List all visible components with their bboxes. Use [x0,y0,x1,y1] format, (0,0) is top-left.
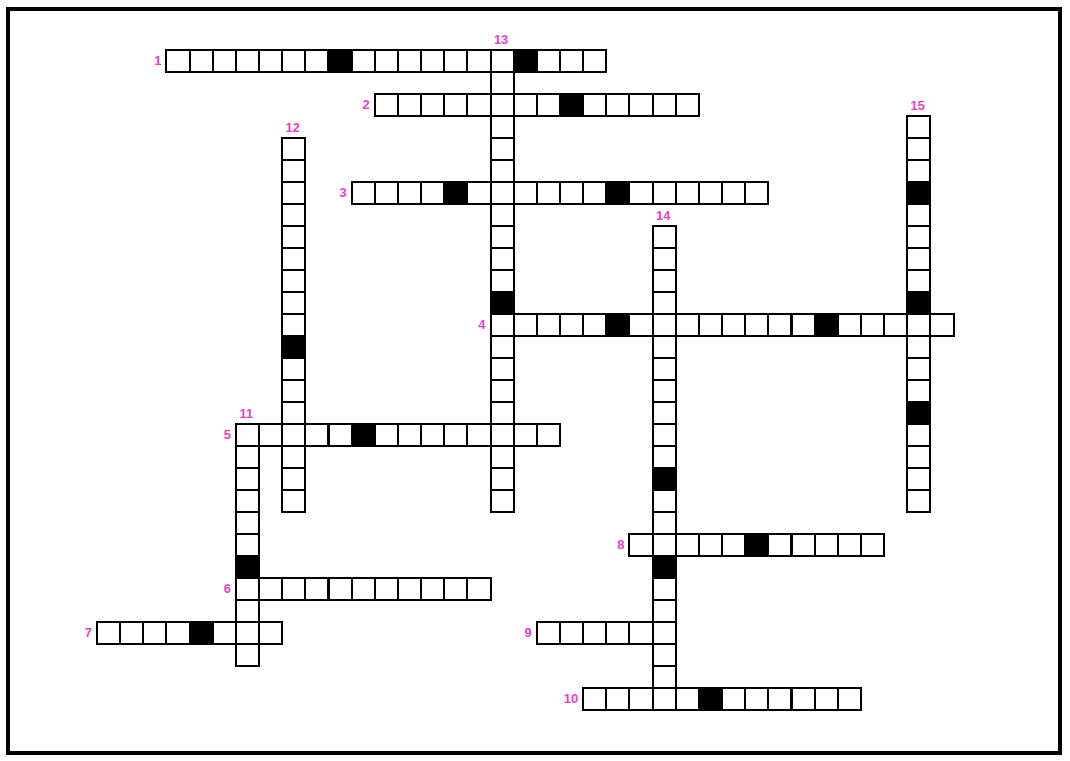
white-cell[interactable] [652,335,677,359]
white-cell[interactable] [490,93,515,117]
white-cell[interactable] [235,599,260,623]
white-cell[interactable] [744,181,769,205]
white-cell[interactable] [628,687,653,711]
white-cell[interactable] [652,665,677,689]
white-cell[interactable] [513,423,538,447]
white-cell[interactable] [281,49,306,73]
black-cell [513,49,538,73]
white-cell[interactable] [837,533,862,557]
white-cell[interactable] [328,423,353,447]
white-cell[interactable] [281,445,306,469]
white-cell[interactable] [675,313,700,337]
white-cell[interactable] [652,577,677,601]
white-cell[interactable] [304,49,329,73]
white-cell[interactable] [490,115,515,139]
white-cell[interactable] [652,291,677,315]
black-cell [281,335,306,359]
white-cell[interactable] [906,423,931,447]
white-cell[interactable] [281,203,306,227]
white-cell[interactable] [235,643,260,667]
white-cell[interactable] [281,379,306,403]
white-cell[interactable] [536,181,561,205]
white-cell[interactable] [652,225,677,249]
white-cell[interactable] [628,533,653,557]
white-cell[interactable] [258,423,283,447]
white-cell[interactable] [906,489,931,513]
white-cell[interactable] [628,621,653,645]
white-cell[interactable] [96,621,121,645]
white-cell[interactable] [212,49,237,73]
clue-number-label-4: 4 [456,317,486,332]
white-cell[interactable] [397,49,422,73]
white-cell[interactable] [675,687,700,711]
white-cell[interactable] [791,687,816,711]
white-cell[interactable] [906,203,931,227]
white-cell[interactable] [165,621,190,645]
white-cell[interactable] [652,93,677,117]
white-cell[interactable] [721,687,746,711]
white-cell[interactable] [490,335,515,359]
white-cell[interactable] [559,313,584,337]
white-cell[interactable] [698,181,723,205]
white-cell[interactable] [490,467,515,491]
white-cell[interactable] [466,181,491,205]
white-cell[interactable] [235,621,260,645]
white-cell[interactable] [513,181,538,205]
black-cell [605,181,630,205]
white-cell[interactable] [490,401,515,425]
clue-number-label-3: 3 [317,185,347,200]
white-cell[interactable] [258,49,283,73]
clue-number-label-11: 11 [231,406,261,421]
clue-number-label-15: 15 [903,98,933,113]
white-cell[interactable] [652,269,677,293]
white-cell[interactable] [536,93,561,117]
white-cell[interactable] [675,181,700,205]
white-cell[interactable] [235,49,260,73]
white-cell[interactable] [281,247,306,271]
white-cell[interactable] [281,313,306,337]
white-cell[interactable] [351,49,376,73]
white-cell[interactable] [906,115,931,139]
white-cell[interactable] [466,577,491,601]
white-cell[interactable] [906,247,931,271]
white-cell[interactable] [490,357,515,381]
white-cell[interactable] [791,313,816,337]
white-cell[interactable] [420,423,445,447]
white-cell[interactable] [814,533,839,557]
clue-number-label-9: 9 [502,625,532,640]
white-cell[interactable] [281,577,306,601]
clue-number-label-10: 10 [548,691,578,706]
clue-number-label-8: 8 [594,537,624,552]
white-cell[interactable] [767,313,792,337]
white-cell[interactable] [767,533,792,557]
black-cell [235,555,260,579]
clue-number-label-7: 7 [62,625,92,640]
white-cell[interactable] [652,247,677,271]
white-cell[interactable] [490,159,515,183]
white-cell[interactable] [883,313,908,337]
white-cell[interactable] [559,49,584,73]
black-cell [744,533,769,557]
white-cell[interactable] [652,313,677,337]
white-cell[interactable] [212,621,237,645]
white-cell[interactable] [490,445,515,469]
white-cell[interactable] [698,313,723,337]
white-cell[interactable] [235,577,260,601]
black-cell [652,555,677,579]
clue-number-label-12: 12 [278,120,308,135]
white-cell[interactable] [652,445,677,469]
white-cell[interactable] [814,687,839,711]
white-cell[interactable] [652,533,677,557]
clue-number-label-1: 1 [131,53,161,68]
black-cell [906,291,931,315]
black-cell [351,423,376,447]
white-cell[interactable] [628,313,653,337]
white-cell[interactable] [490,137,515,161]
white-cell[interactable] [513,93,538,117]
white-cell[interactable] [860,313,885,337]
white-cell[interactable] [281,181,306,205]
white-cell[interactable] [304,577,329,601]
white-cell[interactable] [536,313,561,337]
white-cell[interactable] [420,181,445,205]
white-cell[interactable] [490,181,515,205]
black-cell [490,291,515,315]
white-cell[interactable] [652,379,677,403]
clue-number-label-2: 2 [340,97,370,112]
white-cell[interactable] [675,93,700,117]
white-cell[interactable] [721,533,746,557]
black-cell [559,93,584,117]
white-cell[interactable] [536,49,561,73]
white-cell[interactable] [351,181,376,205]
white-cell[interactable] [652,181,677,205]
white-cell[interactable] [397,423,422,447]
white-cell[interactable] [906,357,931,381]
white-cell[interactable] [628,181,653,205]
white-cell[interactable] [605,93,630,117]
white-cell[interactable] [675,533,700,557]
white-cell[interactable] [906,335,931,359]
white-cell[interactable] [652,357,677,381]
white-cell[interactable] [235,489,260,513]
white-cell[interactable] [652,423,677,447]
white-cell[interactable] [397,577,422,601]
white-cell[interactable] [582,621,607,645]
white-cell[interactable] [721,181,746,205]
white-cell[interactable] [328,577,353,601]
white-cell[interactable] [466,423,491,447]
white-cell[interactable] [559,621,584,645]
white-cell[interactable] [235,533,260,557]
white-cell[interactable] [490,225,515,249]
white-cell[interactable] [466,93,491,117]
white-cell[interactable] [652,511,677,535]
white-cell[interactable] [304,423,329,447]
white-cell[interactable] [281,159,306,183]
black-cell [698,687,723,711]
white-cell[interactable] [165,49,190,73]
white-cell[interactable] [605,621,630,645]
white-cell[interactable] [559,181,584,205]
black-cell [906,181,931,205]
white-cell[interactable] [837,687,862,711]
white-cell[interactable] [860,533,885,557]
white-cell[interactable] [929,313,954,337]
white-cell[interactable] [721,313,746,337]
white-cell[interactable] [744,313,769,337]
white-cell[interactable] [443,49,468,73]
white-cell[interactable] [374,423,399,447]
white-cell[interactable] [281,291,306,315]
white-cell[interactable] [605,687,630,711]
black-cell [906,401,931,425]
white-cell[interactable] [490,269,515,293]
white-cell[interactable] [374,577,399,601]
white-cell[interactable] [490,203,515,227]
black-cell [814,313,839,337]
white-cell[interactable] [420,49,445,73]
white-cell[interactable] [536,423,561,447]
white-cell[interactable] [837,313,862,337]
white-cell[interactable] [119,621,144,645]
clue-number-label-13: 13 [486,32,516,47]
white-cell[interactable] [906,445,931,469]
white-cell[interactable] [443,93,468,117]
white-cell[interactable] [582,181,607,205]
white-cell[interactable] [235,467,260,491]
white-cell[interactable] [490,379,515,403]
white-cell[interactable] [490,313,515,337]
white-cell[interactable] [906,467,931,491]
white-cell[interactable] [351,577,376,601]
white-cell[interactable] [142,621,167,645]
white-cell[interactable] [767,687,792,711]
white-cell[interactable] [906,225,931,249]
white-cell[interactable] [374,181,399,205]
white-cell[interactable] [281,269,306,293]
white-cell[interactable] [281,137,306,161]
white-cell[interactable] [235,445,260,469]
white-cell[interactable] [235,511,260,535]
white-cell[interactable] [490,71,515,95]
white-cell[interactable] [652,621,677,645]
white-cell[interactable] [582,687,607,711]
white-cell[interactable] [582,93,607,117]
crossword-page: 123456789101112131415 [0,0,1070,761]
white-cell[interactable] [490,247,515,271]
white-cell[interactable] [281,489,306,513]
white-cell[interactable] [189,49,214,73]
white-cell[interactable] [652,599,677,623]
white-cell[interactable] [628,93,653,117]
white-cell[interactable] [906,269,931,293]
white-cell[interactable] [397,93,422,117]
white-cell[interactable] [490,423,515,447]
white-cell[interactable] [652,643,677,667]
white-cell[interactable] [906,137,931,161]
clue-number-label-6: 6 [201,581,231,596]
white-cell[interactable] [906,379,931,403]
white-cell[interactable] [281,357,306,381]
black-cell [189,621,214,645]
white-cell[interactable] [582,313,607,337]
black-cell [328,49,353,73]
white-cell[interactable] [652,489,677,513]
white-cell[interactable] [258,577,283,601]
white-cell[interactable] [281,423,306,447]
white-cell[interactable] [466,49,491,73]
white-cell[interactable] [281,467,306,491]
clue-number-label-5: 5 [201,427,231,442]
white-cell[interactable] [536,621,561,645]
crossword-grid: 123456789101112131415 [96,49,953,709]
white-cell[interactable] [281,225,306,249]
white-cell[interactable] [281,401,306,425]
white-cell[interactable] [490,49,515,73]
black-cell [652,467,677,491]
white-cell[interactable] [374,93,399,117]
white-cell[interactable] [374,49,399,73]
white-cell[interactable] [791,533,816,557]
white-cell[interactable] [490,489,515,513]
white-cell[interactable] [513,313,538,337]
black-cell [605,313,630,337]
white-cell[interactable] [258,621,283,645]
white-cell[interactable] [906,313,931,337]
white-cell[interactable] [744,687,769,711]
white-cell[interactable] [652,687,677,711]
white-cell[interactable] [397,181,422,205]
white-cell[interactable] [582,49,607,73]
black-cell [443,181,468,205]
white-cell[interactable] [443,423,468,447]
white-cell[interactable] [652,401,677,425]
white-cell[interactable] [235,423,260,447]
clue-number-label-14: 14 [648,208,678,223]
white-cell[interactable] [420,93,445,117]
white-cell[interactable] [906,159,931,183]
white-cell[interactable] [420,577,445,601]
white-cell[interactable] [698,533,723,557]
white-cell[interactable] [443,577,468,601]
